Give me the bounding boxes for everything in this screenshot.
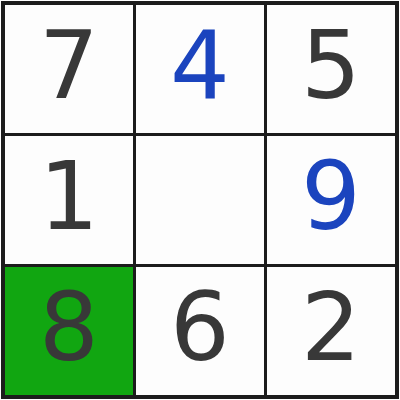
cell-r2c0-highlighted[interactable]: 8 [5, 267, 133, 395]
cell-r2c1[interactable]: 6 [136, 267, 264, 395]
board-frame: 7 4 5 1 9 8 6 2 [0, 0, 400, 400]
cell-r0c0[interactable]: 7 [5, 5, 133, 133]
cell-r1c2[interactable]: 9 [267, 136, 395, 264]
cell-r2c2[interactable]: 2 [267, 267, 395, 395]
cell-r1c1[interactable] [136, 136, 264, 264]
sudoku-board: 7 4 5 1 9 8 6 2 [1, 1, 399, 399]
cell-r0c1[interactable]: 4 [136, 5, 264, 133]
cell-r1c0[interactable]: 1 [5, 136, 133, 264]
cell-r0c2[interactable]: 5 [267, 5, 395, 133]
